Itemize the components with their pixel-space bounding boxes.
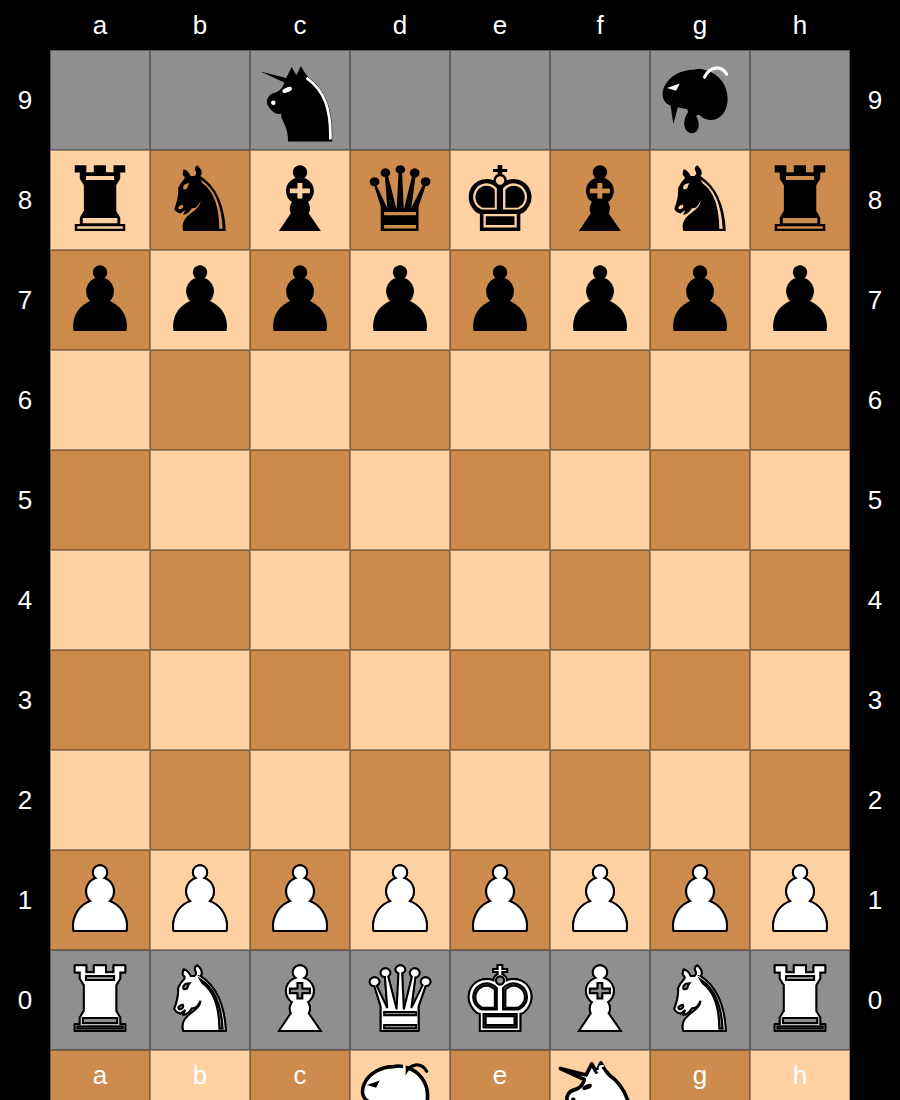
file-label-top-h: h (793, 12, 807, 38)
piece-white-pawn[interactable]: ♟ (460, 855, 541, 945)
square-f8[interactable]: ♝ (550, 150, 650, 250)
square-g6[interactable] (650, 350, 750, 450)
square-h8[interactable]: ♜ (750, 150, 850, 250)
square-a2[interactable] (50, 750, 150, 850)
rank-label-left-5: 5 (18, 487, 32, 513)
square-b9[interactable] (150, 50, 250, 150)
square-e9[interactable] (450, 50, 550, 150)
square-d0[interactable]: ♛ (350, 950, 450, 1050)
square-a5[interactable] (50, 450, 150, 550)
square-e0[interactable]: ♚ (450, 950, 550, 1050)
rank-label-left-8: 8 (18, 187, 32, 213)
rank-label-right-5: 5 (868, 487, 882, 513)
file-label-top-f: f (596, 12, 603, 38)
square-e7[interactable]: ♟ (450, 250, 550, 350)
rank-label-left-1: 1 (18, 887, 32, 913)
square-e4[interactable] (450, 550, 550, 650)
piece-black-knight[interactable]: ♞ (160, 155, 241, 245)
square-a9[interactable] (50, 50, 150, 150)
piece-white-pawn[interactable]: ♟ (160, 855, 241, 945)
square-d7[interactable]: ♟ (350, 250, 450, 350)
square-b2[interactable] (150, 750, 250, 850)
square-b5[interactable] (150, 450, 250, 550)
piece-black-knight[interactable]: ♞ (660, 155, 741, 245)
piece-white-bishop[interactable]: ♝ (260, 955, 341, 1045)
square-e2[interactable] (450, 750, 550, 850)
square-f6[interactable] (550, 350, 650, 450)
square-d6[interactable] (350, 350, 450, 450)
piece-white-pawn[interactable]: ♟ (360, 855, 441, 945)
file-label-bottom-c: c (294, 1062, 307, 1088)
rank-label-right-8: 8 (868, 187, 882, 213)
square-b1[interactable]: ♟ (150, 850, 250, 950)
rank-label-right-4: 4 (868, 587, 882, 613)
square-a3[interactable] (50, 650, 150, 750)
square-d3[interactable] (350, 650, 450, 750)
piece-white-king[interactable]: ♚ (460, 955, 541, 1045)
square-e8[interactable]: ♚ (450, 150, 550, 250)
piece-black-pawn[interactable]: ♟ (260, 255, 341, 345)
square-c2[interactable] (250, 750, 350, 850)
square-e3[interactable] (450, 650, 550, 750)
square-e1[interactable]: ♟ (450, 850, 550, 950)
square-b0[interactable]: ♞ (150, 950, 250, 1050)
rank-label-right-0: 0 (868, 987, 882, 1013)
piece-black-pawn[interactable]: ♟ (560, 255, 641, 345)
square-f5[interactable] (550, 450, 650, 550)
square-f3[interactable] (550, 650, 650, 750)
piece-white-pawn[interactable]: ♟ (560, 855, 641, 945)
piece-black-pawn[interactable]: ♟ (360, 255, 441, 345)
square-d4[interactable] (350, 550, 450, 650)
rank-label-left-9: 9 (18, 87, 32, 113)
square-d1[interactable]: ♟ (350, 850, 450, 950)
rank-label-left-4: 4 (18, 587, 32, 613)
square-c9[interactable] (250, 50, 350, 150)
square-e6[interactable] (450, 350, 550, 450)
square-f2[interactable] (550, 750, 650, 850)
file-label-top-d: d (393, 12, 407, 38)
file-label-bottom-a: a (93, 1062, 107, 1088)
square-d9[interactable] (350, 50, 450, 150)
piece-black-king[interactable]: ♚ (460, 155, 541, 245)
square-h0[interactable]: ♜ (750, 950, 850, 1050)
square-b7[interactable]: ♟ (150, 250, 250, 350)
piece-black-unicorn[interactable] (254, 54, 346, 146)
rank-label-left-6: 6 (18, 387, 32, 413)
piece-black-rook[interactable]: ♜ (60, 155, 141, 245)
square-g3[interactable] (650, 650, 750, 750)
square-a7[interactable]: ♟ (50, 250, 150, 350)
file-label-bottom-g: g (693, 1062, 707, 1088)
piece-white-knight[interactable]: ♞ (660, 955, 741, 1045)
square-c5[interactable] (250, 450, 350, 550)
rank-label-right-1: 1 (868, 887, 882, 913)
piece-white-pawn[interactable]: ♟ (660, 855, 741, 945)
square-f7[interactable]: ♟ (550, 250, 650, 350)
square-d8[interactable]: ♛ (350, 150, 450, 250)
square-b6[interactable] (150, 350, 250, 450)
square-g7[interactable]: ♟ (650, 250, 750, 350)
rank-label-left-3: 3 (18, 687, 32, 713)
piece-black-pawn[interactable]: ♟ (460, 255, 541, 345)
piece-white-pawn[interactable]: ♟ (260, 855, 341, 945)
piece-white-pawn[interactable]: ♟ (760, 855, 841, 945)
rank-label-left-2: 2 (18, 787, 32, 813)
file-label-bottom-f: f (596, 1062, 603, 1088)
square-g9[interactable] (650, 50, 750, 150)
board: ♜♞♝♛♚♝♞♜♟♟♟♟♟♟♟♟♟♟♟♟♟♟♟♟♜♞♝♛♚♝♞♜ (50, 50, 850, 1050)
square-c1[interactable]: ♟ (250, 850, 350, 950)
file-label-top-g: g (693, 12, 707, 38)
piece-white-rook[interactable]: ♜ (60, 955, 141, 1045)
square-a1[interactable]: ♟ (50, 850, 150, 950)
piece-black-bishop[interactable]: ♝ (260, 155, 341, 245)
rank-label-right-9: 9 (868, 87, 882, 113)
square-h2[interactable] (750, 750, 850, 850)
square-d5[interactable] (350, 450, 450, 550)
square-b8[interactable]: ♞ (150, 150, 250, 250)
piece-black-rook[interactable]: ♜ (760, 155, 841, 245)
square-a6[interactable] (50, 350, 150, 450)
square-h4[interactable] (750, 550, 850, 650)
piece-black-leopard[interactable] (654, 54, 746, 146)
square-h1[interactable]: ♟ (750, 850, 850, 950)
piece-black-bishop[interactable]: ♝ (560, 155, 641, 245)
rank-label-right-7: 7 (868, 287, 882, 313)
rank-label-right-3: 3 (868, 687, 882, 713)
piece-white-bishop[interactable]: ♝ (560, 955, 641, 1045)
square-g2[interactable] (650, 750, 750, 850)
square-b4[interactable] (150, 550, 250, 650)
square-b3[interactable] (150, 650, 250, 750)
square-a4[interactable] (50, 550, 150, 650)
square-f9[interactable] (550, 50, 650, 150)
square-g5[interactable] (650, 450, 750, 550)
piece-white-rook[interactable]: ♜ (760, 955, 841, 1045)
square-c6[interactable] (250, 350, 350, 450)
square-c8[interactable]: ♝ (250, 150, 350, 250)
file-label-top-b: b (193, 12, 207, 38)
square-h9[interactable] (750, 50, 850, 150)
square-c0[interactable]: ♝ (250, 950, 350, 1050)
file-label-top-a: a (93, 12, 107, 38)
square-g1[interactable]: ♟ (650, 850, 750, 950)
piece-white-knight[interactable]: ♞ (160, 955, 241, 1045)
file-label-bottom-d: d (393, 1062, 407, 1088)
file-label-bottom-b: b (193, 1062, 207, 1088)
square-h5[interactable] (750, 450, 850, 550)
piece-black-pawn[interactable]: ♟ (160, 255, 241, 345)
file-label-bottom-e: e (493, 1062, 507, 1088)
piece-white-pawn[interactable]: ♟ (60, 855, 141, 945)
piece-black-pawn[interactable]: ♟ (660, 255, 741, 345)
square-g0[interactable]: ♞ (650, 950, 750, 1050)
square-e5[interactable] (450, 450, 550, 550)
piece-black-pawn[interactable]: ♟ (760, 255, 841, 345)
square-f1[interactable]: ♟ (550, 850, 650, 950)
square-a8[interactable]: ♜ (50, 150, 150, 250)
rank-label-left-7: 7 (18, 287, 32, 313)
square-d2[interactable] (350, 750, 450, 850)
piece-black-pawn[interactable]: ♟ (60, 255, 141, 345)
square-g8[interactable]: ♞ (650, 150, 750, 250)
rank-label-left-0: 0 (18, 987, 32, 1013)
square-h3[interactable] (750, 650, 850, 750)
file-label-top-c: c (294, 12, 307, 38)
square-c4[interactable] (250, 550, 350, 650)
file-label-top-e: e (493, 12, 507, 38)
square-a0[interactable]: ♜ (50, 950, 150, 1050)
square-g4[interactable] (650, 550, 750, 650)
square-f4[interactable] (550, 550, 650, 650)
file-label-bottom-h: h (793, 1062, 807, 1088)
piece-black-queen[interactable]: ♛ (360, 155, 441, 245)
piece-white-queen[interactable]: ♛ (360, 955, 441, 1045)
rank-label-right-6: 6 (868, 387, 882, 413)
square-h7[interactable]: ♟ (750, 250, 850, 350)
rank-label-right-2: 2 (868, 787, 882, 813)
board-wrapper: ♜♞♝♛♚♝♞♜♟♟♟♟♟♟♟♟♟♟♟♟♟♟♟♟♜♞♝♛♚♝♞♜ abcdefg… (0, 0, 900, 1100)
square-c7[interactable]: ♟ (250, 250, 350, 350)
square-h6[interactable] (750, 350, 850, 450)
square-c3[interactable] (250, 650, 350, 750)
square-f0[interactable]: ♝ (550, 950, 650, 1050)
